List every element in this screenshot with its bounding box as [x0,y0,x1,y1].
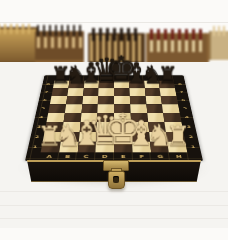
board-plate: ABCDEFGH8877665544332211♜♞♝♛♚♝♞♜♜♞♝♛♚♝♞♜ [25,75,203,161]
coordinate-number-4-left: 4 [35,115,47,120]
coordinate-letter-B: B [58,153,78,161]
background-board-right-sliver [209,31,228,60]
square-d6 [98,96,114,104]
coordinate-number-6-left: 6 [39,98,50,102]
square-a7 [51,88,68,96]
square-c7 [83,88,99,96]
coordinate-letter-H: H [169,153,189,161]
table-grain-line [0,218,228,219]
background-pieces-gold [0,24,34,34]
brass-clasp-hole [113,176,119,183]
square-g7 [145,88,161,96]
square-e7 [114,88,130,96]
square-b6 [66,96,83,104]
coordinate-number-5-left: 5 [37,106,48,111]
coordinate-number-5-right: 5 [179,106,190,111]
square-h6 [161,96,178,104]
square-e6 [114,96,130,104]
background-pieces-light [213,26,228,36]
table-grain-line [0,191,228,192]
coordinate-letter-C: C [77,153,96,161]
coordinate-number-7-left: 7 [41,90,52,94]
coordinate-letter-A: A [39,153,59,161]
background-board-carved-box [0,27,38,64]
square-f7 [129,88,145,96]
square-d7 [98,88,114,96]
black-rook-h8: ♜ [157,64,177,87]
white-rook-h1: ♜ [166,124,190,151]
background-pieces-black [92,28,141,41]
background-pieces-maroon [150,29,205,40]
coordinate-letter-F: F [132,153,151,161]
background-pieces-black [37,25,82,36]
coordinate-number-7-right: 7 [176,90,187,94]
square-b7 [67,88,83,96]
square-b5 [65,104,82,113]
shelf-edge-line [0,22,228,23]
coordinate-letter-G: G [151,153,171,161]
square-h5 [162,104,180,113]
square-h7 [160,88,177,96]
square-g5 [146,104,163,113]
square-f6 [130,96,146,104]
square-g6 [145,96,162,104]
square-a5 [48,104,66,113]
coordinate-number-6-right: 6 [178,98,189,102]
square-a6 [50,96,67,104]
coordinate-number-4-right: 4 [181,115,193,120]
background-pieces-light [37,37,82,48]
table-grain-line [0,205,228,206]
background-pieces-cream [150,40,205,52]
square-c6 [82,96,98,104]
